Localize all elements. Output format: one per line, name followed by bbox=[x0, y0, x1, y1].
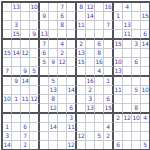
cell-r1c16[interactable] bbox=[141, 3, 149, 12]
cell-r5c3[interactable] bbox=[21, 40, 30, 49]
cell-r8c10[interactable] bbox=[86, 67, 95, 77]
cell-r4c7[interactable] bbox=[58, 30, 67, 40]
cell-r10c8[interactable]: 14 bbox=[67, 86, 77, 95]
cell-r16c6[interactable] bbox=[49, 141, 58, 149]
cell-r16c14[interactable] bbox=[123, 141, 132, 149]
cell-r2c15[interactable] bbox=[132, 12, 141, 21]
cell-r8c13[interactable]: 13 bbox=[114, 67, 123, 77]
cell-r13c9[interactable] bbox=[77, 114, 86, 123]
cell-r5c13[interactable]: 15 bbox=[114, 40, 123, 49]
cell-r8c15[interactable] bbox=[132, 67, 141, 77]
cell-r13c2[interactable] bbox=[12, 114, 21, 123]
cell-r8c7[interactable] bbox=[58, 67, 67, 77]
cell-r12c16[interactable] bbox=[141, 104, 149, 114]
cell-r4c16[interactable]: 6 bbox=[141, 30, 149, 40]
cell-r6c12[interactable] bbox=[104, 49, 114, 58]
cell-r13c15[interactable]: 10 bbox=[132, 114, 141, 123]
cell-r12c10[interactable]: 13 bbox=[86, 104, 95, 114]
cell-r10c14[interactable] bbox=[123, 86, 132, 95]
cell-r2c10[interactable]: 14 bbox=[86, 12, 95, 21]
cell-r5c7[interactable]: 4 bbox=[58, 40, 67, 49]
cell-r10c16[interactable]: 10 bbox=[141, 86, 149, 95]
cell-r11c2[interactable]: 1 bbox=[12, 95, 21, 104]
cell-r3c11[interactable] bbox=[95, 21, 104, 30]
cell-r10c10[interactable]: 2 bbox=[86, 86, 95, 95]
cell-r6c10[interactable] bbox=[86, 49, 95, 58]
cell-r3c3[interactable] bbox=[21, 21, 30, 30]
cell-r15c12[interactable]: 2 bbox=[104, 132, 114, 141]
cell-r12c7[interactable] bbox=[58, 104, 67, 114]
cell-r13c6[interactable] bbox=[49, 114, 58, 123]
cell-r6c4[interactable] bbox=[30, 49, 40, 58]
cell-r6c16[interactable] bbox=[141, 49, 149, 58]
cell-r12c13[interactable] bbox=[114, 104, 123, 114]
cell-r6c9[interactable]: 13 bbox=[77, 49, 86, 58]
cell-r6c8[interactable] bbox=[67, 49, 77, 58]
cell-r15c9[interactable]: 12 bbox=[77, 132, 86, 141]
cell-r6c6[interactable] bbox=[49, 49, 58, 58]
cell-r6c14[interactable] bbox=[123, 49, 132, 58]
cell-r2c9[interactable] bbox=[77, 12, 86, 21]
cell-r5c5[interactable]: 7 bbox=[40, 40, 49, 49]
cell-r11c4[interactable]: 12 bbox=[30, 95, 40, 104]
cell-r14c7[interactable] bbox=[58, 123, 67, 132]
cell-r6c7[interactable]: 2 bbox=[58, 49, 67, 58]
cell-r13c4[interactable] bbox=[30, 114, 40, 123]
cell-r16c4[interactable] bbox=[30, 141, 40, 149]
cell-r8c12[interactable] bbox=[104, 67, 114, 77]
cell-r13c11[interactable] bbox=[95, 114, 104, 123]
cell-r16c5[interactable] bbox=[40, 141, 49, 149]
cell-r10c3[interactable] bbox=[21, 86, 30, 95]
cell-r5c4[interactable] bbox=[30, 40, 40, 49]
cell-r9c4[interactable] bbox=[30, 77, 40, 86]
cell-r16c2[interactable] bbox=[12, 141, 21, 149]
cell-r10c13[interactable]: 11 bbox=[114, 86, 123, 95]
cell-r10c7[interactable] bbox=[58, 86, 67, 95]
cell-r2c13[interactable]: 1 bbox=[114, 12, 123, 21]
cell-r2c12[interactable] bbox=[104, 12, 114, 21]
cell-r2c1[interactable] bbox=[3, 12, 12, 21]
cell-r9c1[interactable] bbox=[3, 77, 12, 86]
cell-r3c1[interactable] bbox=[3, 21, 12, 30]
cell-r2c16[interactable]: 15 bbox=[141, 12, 149, 21]
cell-r1c15[interactable] bbox=[132, 3, 141, 12]
cell-r12c4[interactable] bbox=[30, 104, 40, 114]
cell-r4c1[interactable] bbox=[3, 30, 12, 40]
cell-r7c3[interactable] bbox=[21, 58, 30, 67]
cell-r1c4[interactable]: 10 bbox=[30, 3, 40, 12]
cell-r6c5[interactable]: 6 bbox=[40, 49, 49, 58]
cell-r2c8[interactable] bbox=[67, 12, 77, 21]
cell-r11c10[interactable]: 3 bbox=[86, 95, 95, 104]
cell-r4c6[interactable] bbox=[49, 30, 58, 40]
cell-r15c14[interactable] bbox=[123, 132, 132, 141]
cell-r12c9[interactable] bbox=[77, 104, 86, 114]
cell-r4c14[interactable]: 11 bbox=[123, 30, 132, 40]
cell-r7c10[interactable] bbox=[86, 58, 95, 67]
cell-r1c3[interactable] bbox=[21, 3, 30, 12]
cell-r2c14[interactable] bbox=[123, 12, 132, 21]
cell-r3c6[interactable] bbox=[49, 21, 58, 30]
cell-r16c7[interactable] bbox=[58, 141, 67, 149]
cell-r13c3[interactable] bbox=[21, 114, 30, 123]
cell-r11c14[interactable] bbox=[123, 95, 132, 104]
cell-r9c15[interactable] bbox=[132, 77, 141, 86]
cell-r1c9[interactable]: 8 bbox=[77, 3, 86, 12]
cell-r13c14[interactable]: 12 bbox=[123, 114, 132, 123]
cell-r2c2[interactable] bbox=[12, 12, 21, 21]
cell-r15c13[interactable] bbox=[114, 132, 123, 141]
cell-r13c8[interactable]: 3 bbox=[67, 114, 77, 123]
cell-r10c15[interactable]: 5 bbox=[132, 86, 141, 95]
cell-r13c16[interactable]: 4 bbox=[141, 114, 149, 123]
cell-r7c8[interactable] bbox=[67, 58, 77, 67]
cell-r9c2[interactable]: 9 bbox=[12, 77, 21, 86]
cell-r14c1[interactable]: 1 bbox=[3, 123, 12, 132]
cell-r14c4[interactable] bbox=[30, 123, 40, 132]
cell-r11c8[interactable] bbox=[67, 95, 77, 104]
cell-r7c12[interactable] bbox=[104, 58, 114, 67]
cell-r10c12[interactable] bbox=[104, 86, 114, 95]
cell-r5c12[interactable] bbox=[104, 40, 114, 49]
cell-r1c2[interactable]: 13 bbox=[12, 3, 21, 12]
cell-r15c6[interactable] bbox=[49, 132, 58, 141]
cell-r5c6[interactable] bbox=[49, 40, 58, 49]
cell-r1c10[interactable]: 12 bbox=[86, 3, 95, 12]
cell-r13c12[interactable] bbox=[104, 114, 114, 123]
cell-r14c3[interactable]: 6 bbox=[21, 123, 30, 132]
cell-r8c4[interactable]: 5 bbox=[30, 67, 40, 77]
cell-r7c9[interactable]: 15 bbox=[77, 58, 86, 67]
cell-r3c2[interactable]: 3 bbox=[12, 21, 21, 30]
cell-r8c5[interactable] bbox=[40, 67, 49, 77]
cell-r5c9[interactable]: 2 bbox=[77, 40, 86, 49]
cell-r9c16[interactable] bbox=[141, 77, 149, 86]
cell-r14c2[interactable] bbox=[12, 123, 21, 132]
cell-r9c14[interactable] bbox=[123, 77, 132, 86]
cell-r2c6[interactable] bbox=[49, 12, 58, 21]
cell-r11c16[interactable] bbox=[141, 95, 149, 104]
cell-r6c13[interactable] bbox=[114, 49, 123, 58]
cell-r3c4[interactable] bbox=[30, 21, 40, 30]
cell-r16c10[interactable] bbox=[86, 141, 95, 149]
cell-r11c1[interactable]: 10 bbox=[3, 95, 12, 104]
cell-r5c1[interactable] bbox=[3, 40, 12, 49]
cell-r4c12[interactable] bbox=[104, 30, 114, 40]
cell-r7c2[interactable] bbox=[12, 58, 21, 67]
cell-r4c11[interactable] bbox=[95, 30, 104, 40]
cell-r14c9[interactable] bbox=[77, 123, 86, 132]
cell-r11c5[interactable] bbox=[40, 95, 49, 104]
cell-r11c9[interactable] bbox=[77, 95, 86, 104]
cell-r9c5[interactable] bbox=[40, 77, 49, 86]
cell-r8c6[interactable] bbox=[49, 67, 58, 77]
cell-r3c12[interactable]: 7 bbox=[104, 21, 114, 30]
cell-r16c16[interactable]: 5 bbox=[141, 141, 149, 149]
cell-r7c11[interactable]: 16 bbox=[95, 58, 104, 67]
cell-r15c4[interactable] bbox=[30, 132, 40, 141]
cell-r15c16[interactable] bbox=[141, 132, 149, 141]
cell-r7c13[interactable]: 10 bbox=[114, 58, 123, 67]
cell-r11c15[interactable] bbox=[132, 95, 141, 104]
cell-r12c15[interactable]: 8 bbox=[132, 104, 141, 114]
cell-r12c3[interactable] bbox=[21, 104, 30, 114]
cell-r3c5[interactable] bbox=[40, 21, 49, 30]
cell-r12c12[interactable]: 15 bbox=[104, 104, 114, 114]
cell-r2c5[interactable]: 9 bbox=[40, 12, 49, 21]
cell-r7c15[interactable]: 6 bbox=[132, 58, 141, 67]
cell-r8c9[interactable] bbox=[77, 67, 86, 77]
cell-r10c1[interactable] bbox=[3, 86, 12, 95]
cell-r10c2[interactable] bbox=[12, 86, 21, 95]
cell-r4c9[interactable] bbox=[77, 30, 86, 40]
cell-r5c15[interactable]: 3 bbox=[132, 40, 141, 49]
cell-r9c8[interactable] bbox=[67, 77, 77, 86]
cell-r3c15[interactable] bbox=[132, 21, 141, 30]
cell-r7c16[interactable] bbox=[141, 58, 149, 67]
cell-r6c2[interactable]: 14 bbox=[12, 49, 21, 58]
cell-r5c14[interactable] bbox=[123, 40, 132, 49]
cell-r14c10[interactable] bbox=[86, 123, 95, 132]
cell-r9c12[interactable]: 1 bbox=[104, 77, 114, 86]
cell-r8c3[interactable]: 9 bbox=[21, 67, 30, 77]
cell-r14c16[interactable] bbox=[141, 123, 149, 132]
cell-r13c5[interactable] bbox=[40, 114, 49, 123]
cell-r1c5[interactable] bbox=[40, 3, 49, 12]
cell-r2c4[interactable] bbox=[30, 12, 40, 21]
cell-r3c8[interactable] bbox=[67, 21, 77, 30]
cell-r4c5[interactable]: 13 bbox=[40, 30, 49, 40]
cell-r15c10[interactable] bbox=[86, 132, 95, 141]
cell-r12c1[interactable] bbox=[3, 104, 12, 114]
cell-r8c2[interactable] bbox=[12, 67, 21, 77]
cell-r14c6[interactable]: 14 bbox=[49, 123, 58, 132]
cell-r15c15[interactable] bbox=[132, 132, 141, 141]
cell-r2c11[interactable] bbox=[95, 12, 104, 21]
sudoku-board: 1310781216496141153811713159131167426153… bbox=[1, 1, 150, 150]
cell-r1c1[interactable] bbox=[3, 3, 12, 12]
cell-r7c6[interactable]: 9 bbox=[49, 58, 58, 67]
cell-r3c13[interactable] bbox=[114, 21, 123, 30]
cell-r14c12[interactable]: 4 bbox=[104, 123, 114, 132]
page: 1310781216496141153811713159131167426153… bbox=[0, 0, 150, 150]
cell-r5c11[interactable]: 6 bbox=[95, 40, 104, 49]
cell-r15c2[interactable] bbox=[12, 132, 21, 141]
cell-r16c15[interactable] bbox=[132, 141, 141, 149]
cell-r10c5[interactable] bbox=[40, 86, 49, 95]
cell-r9c10[interactable]: 16 bbox=[86, 77, 95, 86]
cell-r7c5[interactable]: 5 bbox=[40, 58, 49, 67]
cell-r1c14[interactable]: 4 bbox=[123, 3, 132, 12]
cell-r15c11[interactable]: 5 bbox=[95, 132, 104, 141]
cell-r4c10[interactable] bbox=[86, 30, 95, 40]
cell-r16c1[interactable]: 14 bbox=[3, 141, 12, 149]
cell-r1c7[interactable]: 7 bbox=[58, 3, 67, 12]
cell-r1c13[interactable] bbox=[114, 3, 123, 12]
cell-r4c15[interactable] bbox=[132, 30, 141, 40]
cell-r3c7[interactable]: 8 bbox=[58, 21, 67, 30]
cell-r11c11[interactable] bbox=[95, 95, 104, 104]
cell-r7c1[interactable] bbox=[3, 58, 12, 67]
cell-r7c4[interactable] bbox=[30, 58, 40, 67]
cell-r14c14[interactable] bbox=[123, 123, 132, 132]
cell-r16c9[interactable] bbox=[77, 141, 86, 149]
cell-r8c14[interactable] bbox=[123, 67, 132, 77]
cell-r15c7[interactable] bbox=[58, 132, 67, 141]
cell-r16c12[interactable] bbox=[104, 141, 114, 149]
cell-r3c10[interactable] bbox=[86, 21, 95, 30]
cell-r6c11[interactable]: 8 bbox=[95, 49, 104, 58]
cell-r6c3[interactable]: 12 bbox=[21, 49, 30, 58]
cell-r6c1[interactable]: 15 bbox=[3, 49, 12, 58]
cell-r5c8[interactable] bbox=[67, 40, 77, 49]
cell-r1c11[interactable] bbox=[95, 3, 104, 12]
cell-r15c5[interactable] bbox=[40, 132, 49, 141]
cell-r2c3[interactable] bbox=[21, 12, 30, 21]
cell-r13c1[interactable] bbox=[3, 114, 12, 123]
cell-r4c2[interactable]: 15 bbox=[12, 30, 21, 40]
cell-r10c11[interactable] bbox=[95, 86, 104, 95]
cell-r7c14[interactable] bbox=[123, 58, 132, 67]
cell-r8c8[interactable] bbox=[67, 67, 77, 77]
cell-r4c8[interactable] bbox=[67, 30, 77, 40]
cell-r11c13[interactable] bbox=[114, 95, 123, 104]
cell-r13c10[interactable] bbox=[86, 114, 95, 123]
cell-r5c10[interactable] bbox=[86, 40, 95, 49]
cell-r11c7[interactable] bbox=[58, 95, 67, 104]
cell-r14c8[interactable]: 11 bbox=[67, 123, 77, 132]
cell-r12c2[interactable] bbox=[12, 104, 21, 114]
cell-r5c2[interactable] bbox=[12, 40, 21, 49]
cell-r14c15[interactable] bbox=[132, 123, 141, 132]
cell-r10c6[interactable]: 13 bbox=[49, 86, 58, 95]
cell-r9c6[interactable]: 5 bbox=[49, 77, 58, 86]
cell-r15c1[interactable]: 3 bbox=[3, 132, 12, 141]
cell-r1c6[interactable] bbox=[49, 3, 58, 12]
cell-r12c8[interactable]: 6 bbox=[67, 104, 77, 114]
cell-r9c3[interactable]: 14 bbox=[21, 77, 30, 86]
cell-r2c7[interactable]: 6 bbox=[58, 12, 67, 21]
cell-r12c11[interactable] bbox=[95, 104, 104, 114]
cell-r3c9[interactable]: 11 bbox=[77, 21, 86, 30]
cell-r14c11[interactable] bbox=[95, 123, 104, 132]
cell-r11c3[interactable]: 11 bbox=[21, 95, 30, 104]
cell-r11c6[interactable]: 8 bbox=[49, 95, 58, 104]
cell-r16c13[interactable]: 6 bbox=[114, 141, 123, 149]
cell-r13c7[interactable] bbox=[58, 114, 67, 123]
cell-r12c6[interactable]: 12 bbox=[49, 104, 58, 114]
cell-r9c7[interactable] bbox=[58, 77, 67, 86]
cell-r9c11[interactable] bbox=[95, 77, 104, 86]
cell-r10c9[interactable] bbox=[77, 86, 86, 95]
cell-r15c8[interactable] bbox=[67, 132, 77, 141]
cell-r12c5[interactable] bbox=[40, 104, 49, 114]
cell-r4c13[interactable] bbox=[114, 30, 123, 40]
cell-r8c11[interactable]: 4 bbox=[95, 67, 104, 77]
cell-r6c15[interactable] bbox=[132, 49, 141, 58]
cell-r12c14[interactable] bbox=[123, 104, 132, 114]
cell-r1c12[interactable]: 16 bbox=[104, 3, 114, 12]
cell-r1c8[interactable] bbox=[67, 3, 77, 12]
cell-r4c4[interactable]: 9 bbox=[30, 30, 40, 40]
cell-r9c13[interactable] bbox=[114, 77, 123, 86]
cell-r4c3[interactable] bbox=[21, 30, 30, 40]
cell-r5c16[interactable]: 14 bbox=[141, 40, 149, 49]
cell-r9c9[interactable] bbox=[77, 77, 86, 86]
cell-r8c1[interactable]: 7 bbox=[3, 67, 12, 77]
cell-r3c16[interactable] bbox=[141, 21, 149, 30]
cell-r3c14[interactable]: 13 bbox=[123, 21, 132, 30]
cell-r16c3[interactable]: 2 bbox=[21, 141, 30, 149]
cell-r16c8[interactable]: 12 bbox=[67, 141, 77, 149]
cell-r15c3[interactable]: 7 bbox=[21, 132, 30, 141]
cell-r10c4[interactable] bbox=[30, 86, 40, 95]
cell-r13c13[interactable]: 2 bbox=[114, 114, 123, 123]
cell-r11c12[interactable]: 6 bbox=[104, 95, 114, 104]
cell-r7c7[interactable]: 12 bbox=[58, 58, 67, 67]
cell-r14c5[interactable] bbox=[40, 123, 49, 132]
cell-r8c16[interactable] bbox=[141, 67, 149, 77]
cell-r14c13[interactable] bbox=[114, 123, 123, 132]
cell-r16c11[interactable] bbox=[95, 141, 104, 149]
